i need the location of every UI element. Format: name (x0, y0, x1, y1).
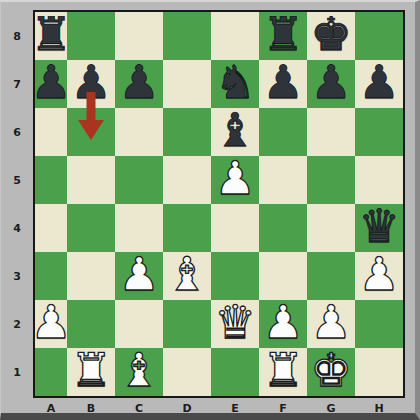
black-pawn: ♟ (30, 58, 71, 106)
black-bishop: ♝ (214, 106, 255, 154)
square-f8[interactable]: ♜ (259, 12, 307, 60)
rank-label-8: 8 (1, 12, 33, 60)
square-d3[interactable]: ♝ (163, 252, 211, 300)
square-d6[interactable] (163, 108, 211, 156)
white-king: ♚ (310, 346, 351, 394)
file-label-f: F (259, 400, 307, 416)
square-g6[interactable] (307, 108, 355, 156)
square-a6[interactable] (35, 108, 67, 156)
square-a1[interactable] (35, 348, 67, 396)
square-e4[interactable] (211, 204, 259, 252)
square-a8[interactable]: ♜ (35, 12, 67, 60)
square-e1[interactable] (211, 348, 259, 396)
square-h2[interactable] (355, 300, 403, 348)
square-f5[interactable] (259, 156, 307, 204)
rank-label-5: 5 (1, 156, 33, 204)
rank-label-4: 4 (1, 204, 33, 252)
rank-label-7: 7 (1, 60, 33, 108)
square-f1[interactable]: ♜ (259, 348, 307, 396)
square-a7[interactable]: ♟ (35, 60, 67, 108)
square-f6[interactable] (259, 108, 307, 156)
black-rook: ♜ (262, 10, 303, 58)
black-queen: ♛ (358, 202, 399, 250)
square-b2[interactable] (67, 300, 115, 348)
white-pawn: ♟ (310, 298, 351, 346)
square-c5[interactable] (115, 156, 163, 204)
black-pawn: ♟ (118, 58, 159, 106)
black-pawn: ♟ (358, 58, 399, 106)
black-knight: ♞ (214, 58, 255, 106)
square-f4[interactable] (259, 204, 307, 252)
square-h1[interactable] (355, 348, 403, 396)
square-g4[interactable] (307, 204, 355, 252)
square-g3[interactable] (307, 252, 355, 300)
white-pawn: ♟ (118, 250, 159, 298)
rank-label-3: 3 (1, 252, 33, 300)
white-rook: ♜ (70, 346, 111, 394)
file-label-h: H (355, 400, 403, 416)
white-rook: ♜ (262, 346, 303, 394)
square-c1[interactable]: ♝ (115, 348, 163, 396)
rank-labels: 87654321 (1, 12, 33, 396)
file-label-e: E (211, 400, 259, 416)
square-e7[interactable]: ♞ (211, 60, 259, 108)
square-b6[interactable] (67, 108, 115, 156)
file-label-b: B (67, 400, 115, 416)
square-a4[interactable] (35, 204, 67, 252)
square-c4[interactable] (115, 204, 163, 252)
square-e6[interactable]: ♝ (211, 108, 259, 156)
black-king: ♚ (310, 10, 351, 58)
square-c6[interactable] (115, 108, 163, 156)
square-e3[interactable] (211, 252, 259, 300)
file-labels: ABCDEFGH (35, 400, 403, 416)
white-bishop: ♝ (166, 250, 207, 298)
square-d7[interactable] (163, 60, 211, 108)
chessboard-frame: 87654321 ♜♜♚♟♟♟♞♟♟♟♝♟♛♟♝♟♟♛♟♟♜♝♜♚ ABCDEF… (0, 0, 420, 420)
square-h3[interactable]: ♟ (355, 252, 403, 300)
square-b8[interactable] (67, 12, 115, 60)
file-label-d: D (163, 400, 211, 416)
square-c7[interactable]: ♟ (115, 60, 163, 108)
square-b4[interactable] (67, 204, 115, 252)
square-h8[interactable] (355, 12, 403, 60)
square-h7[interactable]: ♟ (355, 60, 403, 108)
white-pawn: ♟ (358, 250, 399, 298)
board-grid: ♜♜♚♟♟♟♞♟♟♟♝♟♛♟♝♟♟♛♟♟♜♝♜♚ (35, 12, 403, 396)
square-d8[interactable] (163, 12, 211, 60)
file-label-a: A (35, 400, 67, 416)
square-g1[interactable]: ♚ (307, 348, 355, 396)
black-rook: ♜ (30, 10, 71, 58)
square-b1[interactable]: ♜ (67, 348, 115, 396)
square-a3[interactable] (35, 252, 67, 300)
square-d4[interactable] (163, 204, 211, 252)
rank-label-6: 6 (1, 108, 33, 156)
black-pawn: ♟ (262, 58, 303, 106)
white-pawn: ♟ (262, 298, 303, 346)
square-e8[interactable] (211, 12, 259, 60)
square-d5[interactable] (163, 156, 211, 204)
file-label-g: G (307, 400, 355, 416)
square-a2[interactable]: ♟ (35, 300, 67, 348)
white-pawn: ♟ (30, 298, 71, 346)
square-g5[interactable] (307, 156, 355, 204)
square-h6[interactable] (355, 108, 403, 156)
square-f7[interactable]: ♟ (259, 60, 307, 108)
square-f2[interactable]: ♟ (259, 300, 307, 348)
white-pawn: ♟ (214, 154, 255, 202)
square-g8[interactable]: ♚ (307, 12, 355, 60)
square-a5[interactable] (35, 156, 67, 204)
black-pawn: ♟ (70, 58, 111, 106)
square-b5[interactable] (67, 156, 115, 204)
square-c8[interactable] (115, 12, 163, 60)
white-queen: ♛ (214, 298, 255, 346)
square-h5[interactable] (355, 156, 403, 204)
white-bishop: ♝ (118, 346, 159, 394)
square-b7[interactable]: ♟ (67, 60, 115, 108)
square-g7[interactable]: ♟ (307, 60, 355, 108)
square-c3[interactable]: ♟ (115, 252, 163, 300)
rank-label-2: 2 (1, 300, 33, 348)
square-h4[interactable]: ♛ (355, 204, 403, 252)
square-c2[interactable] (115, 300, 163, 348)
file-label-c: C (115, 400, 163, 416)
square-d1[interactable] (163, 348, 211, 396)
square-b3[interactable] (67, 252, 115, 300)
square-d2[interactable] (163, 300, 211, 348)
rank-label-1: 1 (1, 348, 33, 396)
chess-board: ♜♜♚♟♟♟♞♟♟♟♝♟♛♟♝♟♟♛♟♟♜♝♜♚ (33, 10, 405, 398)
square-f3[interactable] (259, 252, 307, 300)
square-e5[interactable]: ♟ (211, 156, 259, 204)
black-pawn: ♟ (310, 58, 351, 106)
square-g2[interactable]: ♟ (307, 300, 355, 348)
square-e2[interactable]: ♛ (211, 300, 259, 348)
